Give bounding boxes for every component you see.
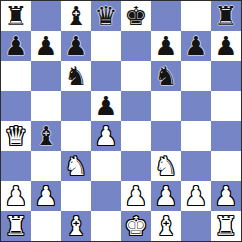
square-e4[interactable] bbox=[121, 121, 151, 151]
square-e1[interactable]: ♚ bbox=[121, 211, 151, 241]
black-pawn-b7-piece[interactable]: ♟ bbox=[34, 31, 57, 61]
square-h6[interactable] bbox=[211, 61, 241, 91]
square-b7[interactable]: ♟ bbox=[31, 31, 61, 61]
black-queen-d8-piece[interactable]: ♛ bbox=[94, 1, 117, 31]
black-king-e8-piece[interactable]: ♚ bbox=[124, 1, 147, 31]
square-a1[interactable]: ♜ bbox=[1, 211, 31, 241]
chess-board: ♜♝♛♚♜♟♟♟♟♟♟♞♞♟♛♝♟♞♞♟♟♟♟♟♟♜♝♚♝♜ bbox=[0, 0, 242, 242]
square-b4[interactable]: ♝ bbox=[31, 121, 61, 151]
square-a5[interactable] bbox=[1, 91, 31, 121]
square-e3[interactable] bbox=[121, 151, 151, 181]
square-a7[interactable]: ♟ bbox=[1, 31, 31, 61]
square-c7[interactable]: ♟ bbox=[61, 31, 91, 61]
white-pawn-d4-piece[interactable]: ♟ bbox=[94, 121, 117, 151]
square-b1[interactable] bbox=[31, 211, 61, 241]
square-a6[interactable] bbox=[1, 61, 31, 91]
black-pawn-h7-piece[interactable]: ♟ bbox=[214, 31, 237, 61]
square-h4[interactable] bbox=[211, 121, 241, 151]
square-d1[interactable] bbox=[91, 211, 121, 241]
black-rook-h8-piece[interactable]: ♜ bbox=[214, 1, 237, 31]
square-f1[interactable]: ♝ bbox=[151, 211, 181, 241]
square-h7[interactable]: ♟ bbox=[211, 31, 241, 61]
square-h8[interactable]: ♜ bbox=[211, 1, 241, 31]
square-b8[interactable] bbox=[31, 1, 61, 31]
square-f8[interactable] bbox=[151, 1, 181, 31]
square-a2[interactable]: ♟ bbox=[1, 181, 31, 211]
square-g7[interactable]: ♟ bbox=[181, 31, 211, 61]
square-e7[interactable] bbox=[121, 31, 151, 61]
square-d7[interactable] bbox=[91, 31, 121, 61]
square-b6[interactable] bbox=[31, 61, 61, 91]
square-b3[interactable] bbox=[31, 151, 61, 181]
square-h1[interactable]: ♜ bbox=[211, 211, 241, 241]
black-knight-c6-piece[interactable]: ♞ bbox=[64, 61, 87, 91]
square-g5[interactable] bbox=[181, 91, 211, 121]
white-bishop-f1-piece[interactable]: ♝ bbox=[154, 211, 177, 241]
square-e6[interactable] bbox=[121, 61, 151, 91]
square-d5[interactable]: ♟ bbox=[91, 91, 121, 121]
black-bishop-c8-piece[interactable]: ♝ bbox=[64, 1, 87, 31]
square-h3[interactable] bbox=[211, 151, 241, 181]
square-f3[interactable]: ♞ bbox=[151, 151, 181, 181]
square-h2[interactable]: ♟ bbox=[211, 181, 241, 211]
square-f6[interactable]: ♞ bbox=[151, 61, 181, 91]
square-d6[interactable] bbox=[91, 61, 121, 91]
square-h5[interactable] bbox=[211, 91, 241, 121]
white-rook-a1-piece[interactable]: ♜ bbox=[4, 211, 27, 241]
black-pawn-c7-piece[interactable]: ♟ bbox=[64, 31, 87, 61]
square-f4[interactable] bbox=[151, 121, 181, 151]
square-c5[interactable] bbox=[61, 91, 91, 121]
white-knight-c3-piece[interactable]: ♞ bbox=[64, 151, 87, 181]
white-pawn-f2-piece[interactable]: ♟ bbox=[154, 181, 177, 211]
white-pawn-g2-piece[interactable]: ♟ bbox=[184, 181, 207, 211]
square-g2[interactable]: ♟ bbox=[181, 181, 211, 211]
square-e2[interactable]: ♟ bbox=[121, 181, 151, 211]
square-a8[interactable]: ♜ bbox=[1, 1, 31, 31]
white-queen-a4-piece[interactable]: ♛ bbox=[4, 121, 27, 151]
black-pawn-f7-piece[interactable]: ♟ bbox=[154, 31, 177, 61]
white-king-e1-piece[interactable]: ♚ bbox=[124, 211, 147, 241]
square-f7[interactable]: ♟ bbox=[151, 31, 181, 61]
square-g3[interactable] bbox=[181, 151, 211, 181]
square-b2[interactable]: ♟ bbox=[31, 181, 61, 211]
square-g4[interactable] bbox=[181, 121, 211, 151]
black-knight-f6-piece[interactable]: ♞ bbox=[154, 61, 177, 91]
square-g1[interactable] bbox=[181, 211, 211, 241]
square-d8[interactable]: ♛ bbox=[91, 1, 121, 31]
black-pawn-d5-piece[interactable]: ♟ bbox=[94, 91, 117, 121]
square-c1[interactable]: ♝ bbox=[61, 211, 91, 241]
square-c4[interactable] bbox=[61, 121, 91, 151]
square-c2[interactable] bbox=[61, 181, 91, 211]
square-c6[interactable]: ♞ bbox=[61, 61, 91, 91]
white-bishop-c1-piece[interactable]: ♝ bbox=[64, 211, 87, 241]
white-pawn-a2-piece[interactable]: ♟ bbox=[4, 181, 27, 211]
square-e5[interactable] bbox=[121, 91, 151, 121]
black-pawn-a7-piece[interactable]: ♟ bbox=[4, 31, 27, 61]
square-d4[interactable]: ♟ bbox=[91, 121, 121, 151]
white-knight-f3-piece[interactable]: ♞ bbox=[154, 151, 177, 181]
square-e8[interactable]: ♚ bbox=[121, 1, 151, 31]
black-pawn-g7-piece[interactable]: ♟ bbox=[184, 31, 207, 61]
square-c8[interactable]: ♝ bbox=[61, 1, 91, 31]
square-c3[interactable]: ♞ bbox=[61, 151, 91, 181]
square-g8[interactable] bbox=[181, 1, 211, 31]
square-a4[interactable]: ♛ bbox=[1, 121, 31, 151]
square-f2[interactable]: ♟ bbox=[151, 181, 181, 211]
square-b5[interactable] bbox=[31, 91, 61, 121]
square-f5[interactable] bbox=[151, 91, 181, 121]
square-a3[interactable] bbox=[1, 151, 31, 181]
black-bishop-b4-piece[interactable]: ♝ bbox=[34, 121, 57, 151]
black-rook-a8-piece[interactable]: ♜ bbox=[4, 1, 27, 31]
white-pawn-b2-piece[interactable]: ♟ bbox=[34, 181, 57, 211]
white-pawn-e2-piece[interactable]: ♟ bbox=[124, 181, 147, 211]
white-rook-h1-piece[interactable]: ♜ bbox=[214, 211, 237, 241]
square-d2[interactable] bbox=[91, 181, 121, 211]
square-g6[interactable] bbox=[181, 61, 211, 91]
square-d3[interactable] bbox=[91, 151, 121, 181]
white-pawn-h2-piece[interactable]: ♟ bbox=[214, 181, 237, 211]
